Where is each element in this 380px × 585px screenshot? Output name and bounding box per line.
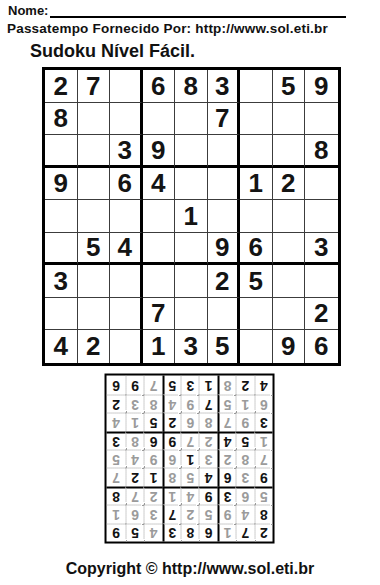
puzzle-cell-r9c2: 2: [78, 330, 111, 363]
solution-cell-r6c4: 2: [199, 431, 217, 449]
puzzle-cell-r7c2[interactable]: [78, 265, 111, 298]
puzzle-cell-r1c6: 3: [208, 70, 241, 103]
solution-cell-r7c9: 4: [107, 413, 125, 431]
solution-cell-r9c3: 8: [217, 376, 235, 394]
puzzle-cell-r6c6: 9: [208, 233, 241, 266]
solution-cell-r9c2: 2: [236, 376, 254, 394]
puzzle-cell-r6c8[interactable]: [273, 233, 306, 266]
solution-cell-r2c5: 2: [181, 505, 199, 523]
solution-cell-r3c6: 1: [162, 486, 180, 504]
puzzle-cell-r5c4[interactable]: [143, 200, 176, 233]
solution-cell-r6c2: 5: [236, 431, 254, 449]
puzzle-cell-r3c8[interactable]: [273, 135, 306, 168]
puzzle-cell-r1c7[interactable]: [240, 70, 273, 103]
solution-cell-r2c1: 8: [254, 505, 272, 523]
copyright-line: Copyright © http://www.sol.eti.br: [0, 560, 380, 578]
puzzle-cell-r9c3[interactable]: [110, 330, 143, 363]
solution-cell-r8c5: 9: [181, 394, 199, 412]
puzzle-cell-r6c2: 5: [78, 233, 111, 266]
puzzle-cell-r5c1[interactable]: [45, 200, 78, 233]
solution-cell-r1c3: 1: [217, 523, 235, 541]
solution-cell-r4c8: 2: [125, 468, 143, 486]
solution-cell-r5c7: 9: [144, 450, 162, 468]
solution-cell-r1c4: 6: [199, 523, 217, 541]
solution-cell-r1c5: 8: [181, 523, 199, 541]
solution-cell-r8c8: 3: [125, 394, 143, 412]
solution-cell-r7c3: 7: [217, 413, 235, 431]
puzzle-cell-r8c6[interactable]: [208, 298, 241, 331]
solution-cell-r7c7: 5: [144, 413, 162, 431]
puzzle-cell-r8c4: 7: [143, 298, 176, 331]
puzzle-cell-r5c8[interactable]: [273, 200, 306, 233]
sudoku-solution-grid: 2716834598495273615639412789364581277823…: [105, 374, 275, 544]
solution-cell-r8c7: 8: [144, 394, 162, 412]
puzzle-cell-r1c5: 8: [175, 70, 208, 103]
puzzle-cell-r6c1[interactable]: [45, 233, 78, 266]
solution-cell-r7c2: 9: [236, 413, 254, 431]
puzzle-cell-r6c5[interactable]: [175, 233, 208, 266]
solution-cell-r3c8: 7: [125, 486, 143, 504]
puzzle-cell-r3c7[interactable]: [240, 135, 273, 168]
solution-cell-r8c9: 2: [107, 394, 125, 412]
solution-cell-r5c5: 1: [181, 450, 199, 468]
puzzle-cell-r5c9[interactable]: [305, 200, 338, 233]
puzzle-cell-r3c5[interactable]: [175, 135, 208, 168]
solution-cell-r4c4: 4: [199, 468, 217, 486]
puzzle-cell-r3c9: 8: [305, 135, 338, 168]
puzzle-cell-r1c8: 5: [273, 70, 306, 103]
solution-cell-r5c1: 7: [254, 450, 272, 468]
puzzle-cell-r9c1: 4: [45, 330, 78, 363]
name-row: Nome:: [8, 3, 346, 18]
solution-cell-r9c6: 5: [162, 376, 180, 394]
puzzle-cell-r5c2[interactable]: [78, 200, 111, 233]
solution-cell-r8c4: 7: [199, 394, 217, 412]
puzzle-cell-r3c2[interactable]: [78, 135, 111, 168]
solution-cell-r2c4: 5: [199, 505, 217, 523]
puzzle-cell-r5c3[interactable]: [110, 200, 143, 233]
puzzle-cell-r8c5[interactable]: [175, 298, 208, 331]
puzzle-cell-r9c7[interactable]: [240, 330, 273, 363]
puzzle-cell-r4c8: 2: [273, 168, 306, 201]
solution-cell-r2c9: 1: [107, 505, 125, 523]
solution-cell-r3c2: 6: [236, 486, 254, 504]
solution-cell-r6c6: 9: [162, 431, 180, 449]
puzzle-cell-r8c7[interactable]: [240, 298, 273, 331]
puzzle-cell-r7c3[interactable]: [110, 265, 143, 298]
solution-cell-r6c8: 8: [125, 431, 143, 449]
solution-cell-r7c6: 2: [162, 413, 180, 431]
puzzle-cell-r7c1: 3: [45, 265, 78, 298]
solution-cell-r4c1: 9: [254, 468, 272, 486]
solution-cell-r7c5: 6: [181, 413, 199, 431]
puzzle-cell-r8c9: 2: [305, 298, 338, 331]
puzzle-cell-r3c6[interactable]: [208, 135, 241, 168]
puzzle-cell-r4c1: 9: [45, 168, 78, 201]
solution-cell-r7c1: 3: [254, 413, 272, 431]
puzzle-cell-r4c9[interactable]: [305, 168, 338, 201]
solution-cell-r4c5: 5: [181, 468, 199, 486]
provider-line: Passatempo Fornecido Por: http://www.sol…: [7, 21, 328, 36]
puzzle-cell-r3c1[interactable]: [45, 135, 78, 168]
puzzle-cell-r5c7[interactable]: [240, 200, 273, 233]
solution-cell-r8c6: 4: [162, 394, 180, 412]
puzzle-cell-r3c3: 3: [110, 135, 143, 168]
solution-cell-r6c3: 4: [217, 431, 235, 449]
solution-cell-r3c3: 3: [217, 486, 235, 504]
solution-cell-r8c2: 1: [236, 394, 254, 412]
puzzle-cell-r1c2: 7: [78, 70, 111, 103]
puzzle-cell-r2c9[interactable]: [305, 103, 338, 136]
puzzle-cell-r9c8: 9: [273, 330, 306, 363]
solution-cell-r5c4: 3: [199, 450, 217, 468]
puzzle-cell-r2c2[interactable]: [78, 103, 111, 136]
solution-cell-r9c4: 1: [199, 376, 217, 394]
solution-cell-r2c3: 9: [217, 505, 235, 523]
puzzle-cell-r4c6[interactable]: [208, 168, 241, 201]
solution-cell-r3c5: 4: [181, 486, 199, 504]
puzzle-cell-r6c4[interactable]: [143, 233, 176, 266]
solution-cell-r1c7: 4: [144, 523, 162, 541]
solution-cell-r5c9: 5: [107, 450, 125, 468]
puzzle-cell-r1c4: 6: [143, 70, 176, 103]
solution-cell-r2c7: 3: [144, 505, 162, 523]
solution-cell-r1c9: 9: [107, 523, 125, 541]
solution-cell-r4c9: 7: [107, 468, 125, 486]
puzzle-cell-r9c5: 3: [175, 330, 208, 363]
puzzle-cell-r8c8[interactable]: [273, 298, 306, 331]
solution-cell-r4c7: 1: [144, 468, 162, 486]
puzzle-cell-r9c9: 6: [305, 330, 338, 363]
puzzle-cell-r2c8[interactable]: [273, 103, 306, 136]
puzzle-cell-r4c2[interactable]: [78, 168, 111, 201]
solution-cell-r1c1: 2: [254, 523, 272, 541]
puzzle-cell-r4c3: 6: [110, 168, 143, 201]
solution-cell-r7c8: 1: [125, 413, 143, 431]
puzzle-cell-r7c9[interactable]: [305, 265, 338, 298]
name-write-line[interactable]: [50, 3, 346, 18]
solution-cell-r9c8: 9: [125, 376, 143, 394]
puzzle-cell-r4c7: 1: [240, 168, 273, 201]
solution-cell-r6c7: 6: [144, 431, 162, 449]
solution-cell-r3c4: 9: [199, 486, 217, 504]
solution-cell-r9c7: 7: [144, 376, 162, 394]
puzzle-cell-r2c7[interactable]: [240, 103, 273, 136]
solution-cell-r4c6: 8: [162, 468, 180, 486]
puzzle-cell-r9c6: 5: [208, 330, 241, 363]
puzzle-cell-r8c3[interactable]: [110, 298, 143, 331]
puzzle-cell-r4c5[interactable]: [175, 168, 208, 201]
solution-cell-r3c9: 8: [107, 486, 125, 504]
puzzle-cell-r1c9: 9: [305, 70, 338, 103]
solution-cell-r4c2: 3: [236, 468, 254, 486]
puzzle-cell-r7c7: 5: [240, 265, 273, 298]
puzzle-cell-r6c3: 4: [110, 233, 143, 266]
solution-cell-r6c1: 1: [254, 431, 272, 449]
puzzle-cell-r2c4[interactable]: [143, 103, 176, 136]
puzzle-cell-r2c6: 7: [208, 103, 241, 136]
puzzle-cell-r6c9: 3: [305, 233, 338, 266]
worksheet-page: Nome: Passatempo Fornecido Por: http://w…: [0, 0, 380, 585]
puzzle-cell-r4c4: 4: [143, 168, 176, 201]
solution-cell-r4c3: 6: [217, 468, 235, 486]
solution-cell-r8c3: 5: [217, 394, 235, 412]
solution-cell-r5c3: 2: [217, 450, 235, 468]
puzzle-cell-r2c5[interactable]: [175, 103, 208, 136]
name-label: Nome:: [8, 3, 48, 18]
page-title: Sudoku Nível Fácil.: [30, 41, 195, 62]
solution-cell-r9c5: 3: [181, 376, 199, 394]
puzzle-cell-r5c5: 1: [175, 200, 208, 233]
puzzle-cell-r2c3[interactable]: [110, 103, 143, 136]
puzzle-cell-r1c1: 2: [45, 70, 78, 103]
solution-cell-r6c5: 7: [181, 431, 199, 449]
solution-cell-r6c9: 3: [107, 431, 125, 449]
puzzle-cell-r7c5[interactable]: [175, 265, 208, 298]
puzzle-cell-r8c1[interactable]: [45, 298, 78, 331]
puzzle-cell-r7c6: 2: [208, 265, 241, 298]
solution-cell-r2c2: 4: [236, 505, 254, 523]
solution-cell-r3c1: 5: [254, 486, 272, 504]
puzzle-cell-r8c2[interactable]: [78, 298, 111, 331]
solution-cell-r5c8: 4: [125, 450, 143, 468]
puzzle-cell-r7c4[interactable]: [143, 265, 176, 298]
solution-cell-r9c9: 6: [107, 376, 125, 394]
solution-cell-r1c8: 5: [125, 523, 143, 541]
puzzle-cell-r6c7: 6: [240, 233, 273, 266]
solution-cell-r5c6: 6: [162, 450, 180, 468]
puzzle-cell-r2c1: 8: [45, 103, 78, 136]
solution-cell-r3c7: 2: [144, 486, 162, 504]
puzzle-cell-r7c8[interactable]: [273, 265, 306, 298]
solution-cell-r1c6: 3: [162, 523, 180, 541]
solution-cell-r7c4: 8: [199, 413, 217, 431]
sudoku-puzzle-grid: 27683598739896412154963325724213596: [42, 67, 341, 366]
solution-cell-r1c2: 7: [236, 523, 254, 541]
solution-cell-r5c2: 8: [236, 450, 254, 468]
puzzle-cell-r1c3[interactable]: [110, 70, 143, 103]
puzzle-cell-r3c4: 9: [143, 135, 176, 168]
puzzle-cell-r9c4: 1: [143, 330, 176, 363]
solution-cell-r2c8: 6: [125, 505, 143, 523]
puzzle-cell-r5c6[interactable]: [208, 200, 241, 233]
solution-cell-r8c1: 6: [254, 394, 272, 412]
solution-cell-r2c6: 7: [162, 505, 180, 523]
solution-cell-r9c1: 4: [254, 376, 272, 394]
